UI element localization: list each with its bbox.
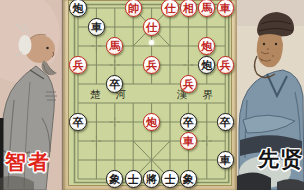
- piece-red-cannon[interactable]: 炮: [143, 113, 160, 130]
- piece-black-elephant[interactable]: 象: [180, 170, 197, 187]
- piece-red-soldier[interactable]: 兵: [143, 56, 160, 73]
- piece-black-elephant[interactable]: 象: [106, 170, 123, 187]
- piece-black-soldier[interactable]: 卒: [106, 75, 123, 92]
- caption-left: 智者: [5, 152, 51, 173]
- piece-red-soldier[interactable]: 兵: [217, 56, 234, 73]
- piece-black-chariot[interactable]: 車: [217, 151, 234, 168]
- screenshot-stage: 智者 楚河 漢界 炮帥仕相馬車車仕馬炮兵兵炮兵卒兵卒炮卒卒車車象士將士象: [0, 0, 304, 190]
- piece-red-soldier[interactable]: 兵: [69, 56, 86, 73]
- piece-red-chariot[interactable]: 車: [180, 132, 197, 149]
- piece-red-elephant[interactable]: 相: [180, 0, 197, 17]
- piece-red-advisor[interactable]: 仕: [161, 0, 178, 17]
- piece-red-general[interactable]: 帥: [125, 0, 142, 17]
- piece-layer: 炮帥仕相馬車車仕馬炮兵兵炮兵卒兵卒炮卒卒車車象士將士象: [69, 0, 235, 189]
- piece-black-chariot[interactable]: 車: [88, 18, 105, 35]
- piece-red-horse[interactable]: 馬: [106, 37, 123, 54]
- piece-red-horse[interactable]: 馬: [198, 0, 215, 17]
- piece-red-advisor[interactable]: 仕: [143, 18, 160, 35]
- piece-black-general[interactable]: 將: [143, 170, 160, 187]
- piece-black-soldier[interactable]: 卒: [69, 113, 86, 130]
- piece-black-soldier[interactable]: 卒: [180, 113, 197, 130]
- piece-black-cannon[interactable]: 炮: [198, 56, 215, 73]
- left-panel: 智者: [0, 0, 63, 190]
- piece-red-soldier[interactable]: 兵: [180, 75, 197, 92]
- piece-black-cannon[interactable]: 炮: [69, 0, 86, 17]
- piece-red-cannon[interactable]: 炮: [198, 37, 215, 54]
- piece-black-advisor[interactable]: 士: [161, 170, 178, 187]
- piece-black-soldier[interactable]: 卒: [217, 113, 234, 130]
- piece-black-advisor[interactable]: 士: [125, 170, 142, 187]
- right-panel: 先贤: [237, 0, 304, 190]
- xiangqi-board: 楚河 漢界 炮帥仕相馬車車仕馬炮兵兵炮兵卒兵卒炮卒卒車車象士將士象: [63, 0, 237, 190]
- piece-red-chariot[interactable]: 車: [217, 0, 234, 17]
- caption-right: 先贤: [258, 149, 304, 170]
